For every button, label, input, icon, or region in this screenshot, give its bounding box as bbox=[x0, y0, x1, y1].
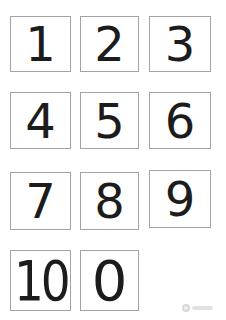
flashcard-grid: 1 2 3 4 5 6 7 8 9 10 0 bbox=[10, 16, 211, 311]
number-card-6: 6 bbox=[149, 92, 211, 149]
card-digit: 4 bbox=[25, 97, 56, 145]
watermark bbox=[182, 304, 213, 312]
number-card-9: 9 bbox=[149, 170, 211, 228]
number-card-7: 7 bbox=[10, 172, 71, 230]
logo-icon bbox=[182, 304, 190, 312]
number-card-4: 4 bbox=[10, 92, 71, 149]
card-digit: 6 bbox=[165, 97, 196, 145]
card-digit: 1 bbox=[25, 20, 56, 68]
card-digit: 9 bbox=[165, 175, 196, 223]
card-digit: 7 bbox=[25, 177, 56, 225]
card-digit: 10 bbox=[14, 253, 67, 309]
card-digit: 5 bbox=[94, 97, 125, 145]
number-card-8: 8 bbox=[80, 172, 139, 230]
card-digit: 3 bbox=[165, 20, 196, 68]
number-card-1: 1 bbox=[10, 16, 71, 72]
card-digit: 2 bbox=[94, 20, 125, 68]
watermark-text-blur bbox=[192, 306, 213, 310]
card-digit: 8 bbox=[94, 177, 125, 225]
number-card-3: 3 bbox=[149, 16, 211, 72]
number-card-2: 2 bbox=[80, 16, 139, 72]
number-card-5: 5 bbox=[80, 92, 139, 149]
flashcard-sheet: 1 2 3 4 5 6 7 8 9 10 0 bbox=[0, 0, 226, 320]
number-card-10: 10 bbox=[10, 250, 71, 311]
number-card-0: 0 bbox=[80, 250, 139, 311]
card-digit: 0 bbox=[92, 253, 128, 309]
